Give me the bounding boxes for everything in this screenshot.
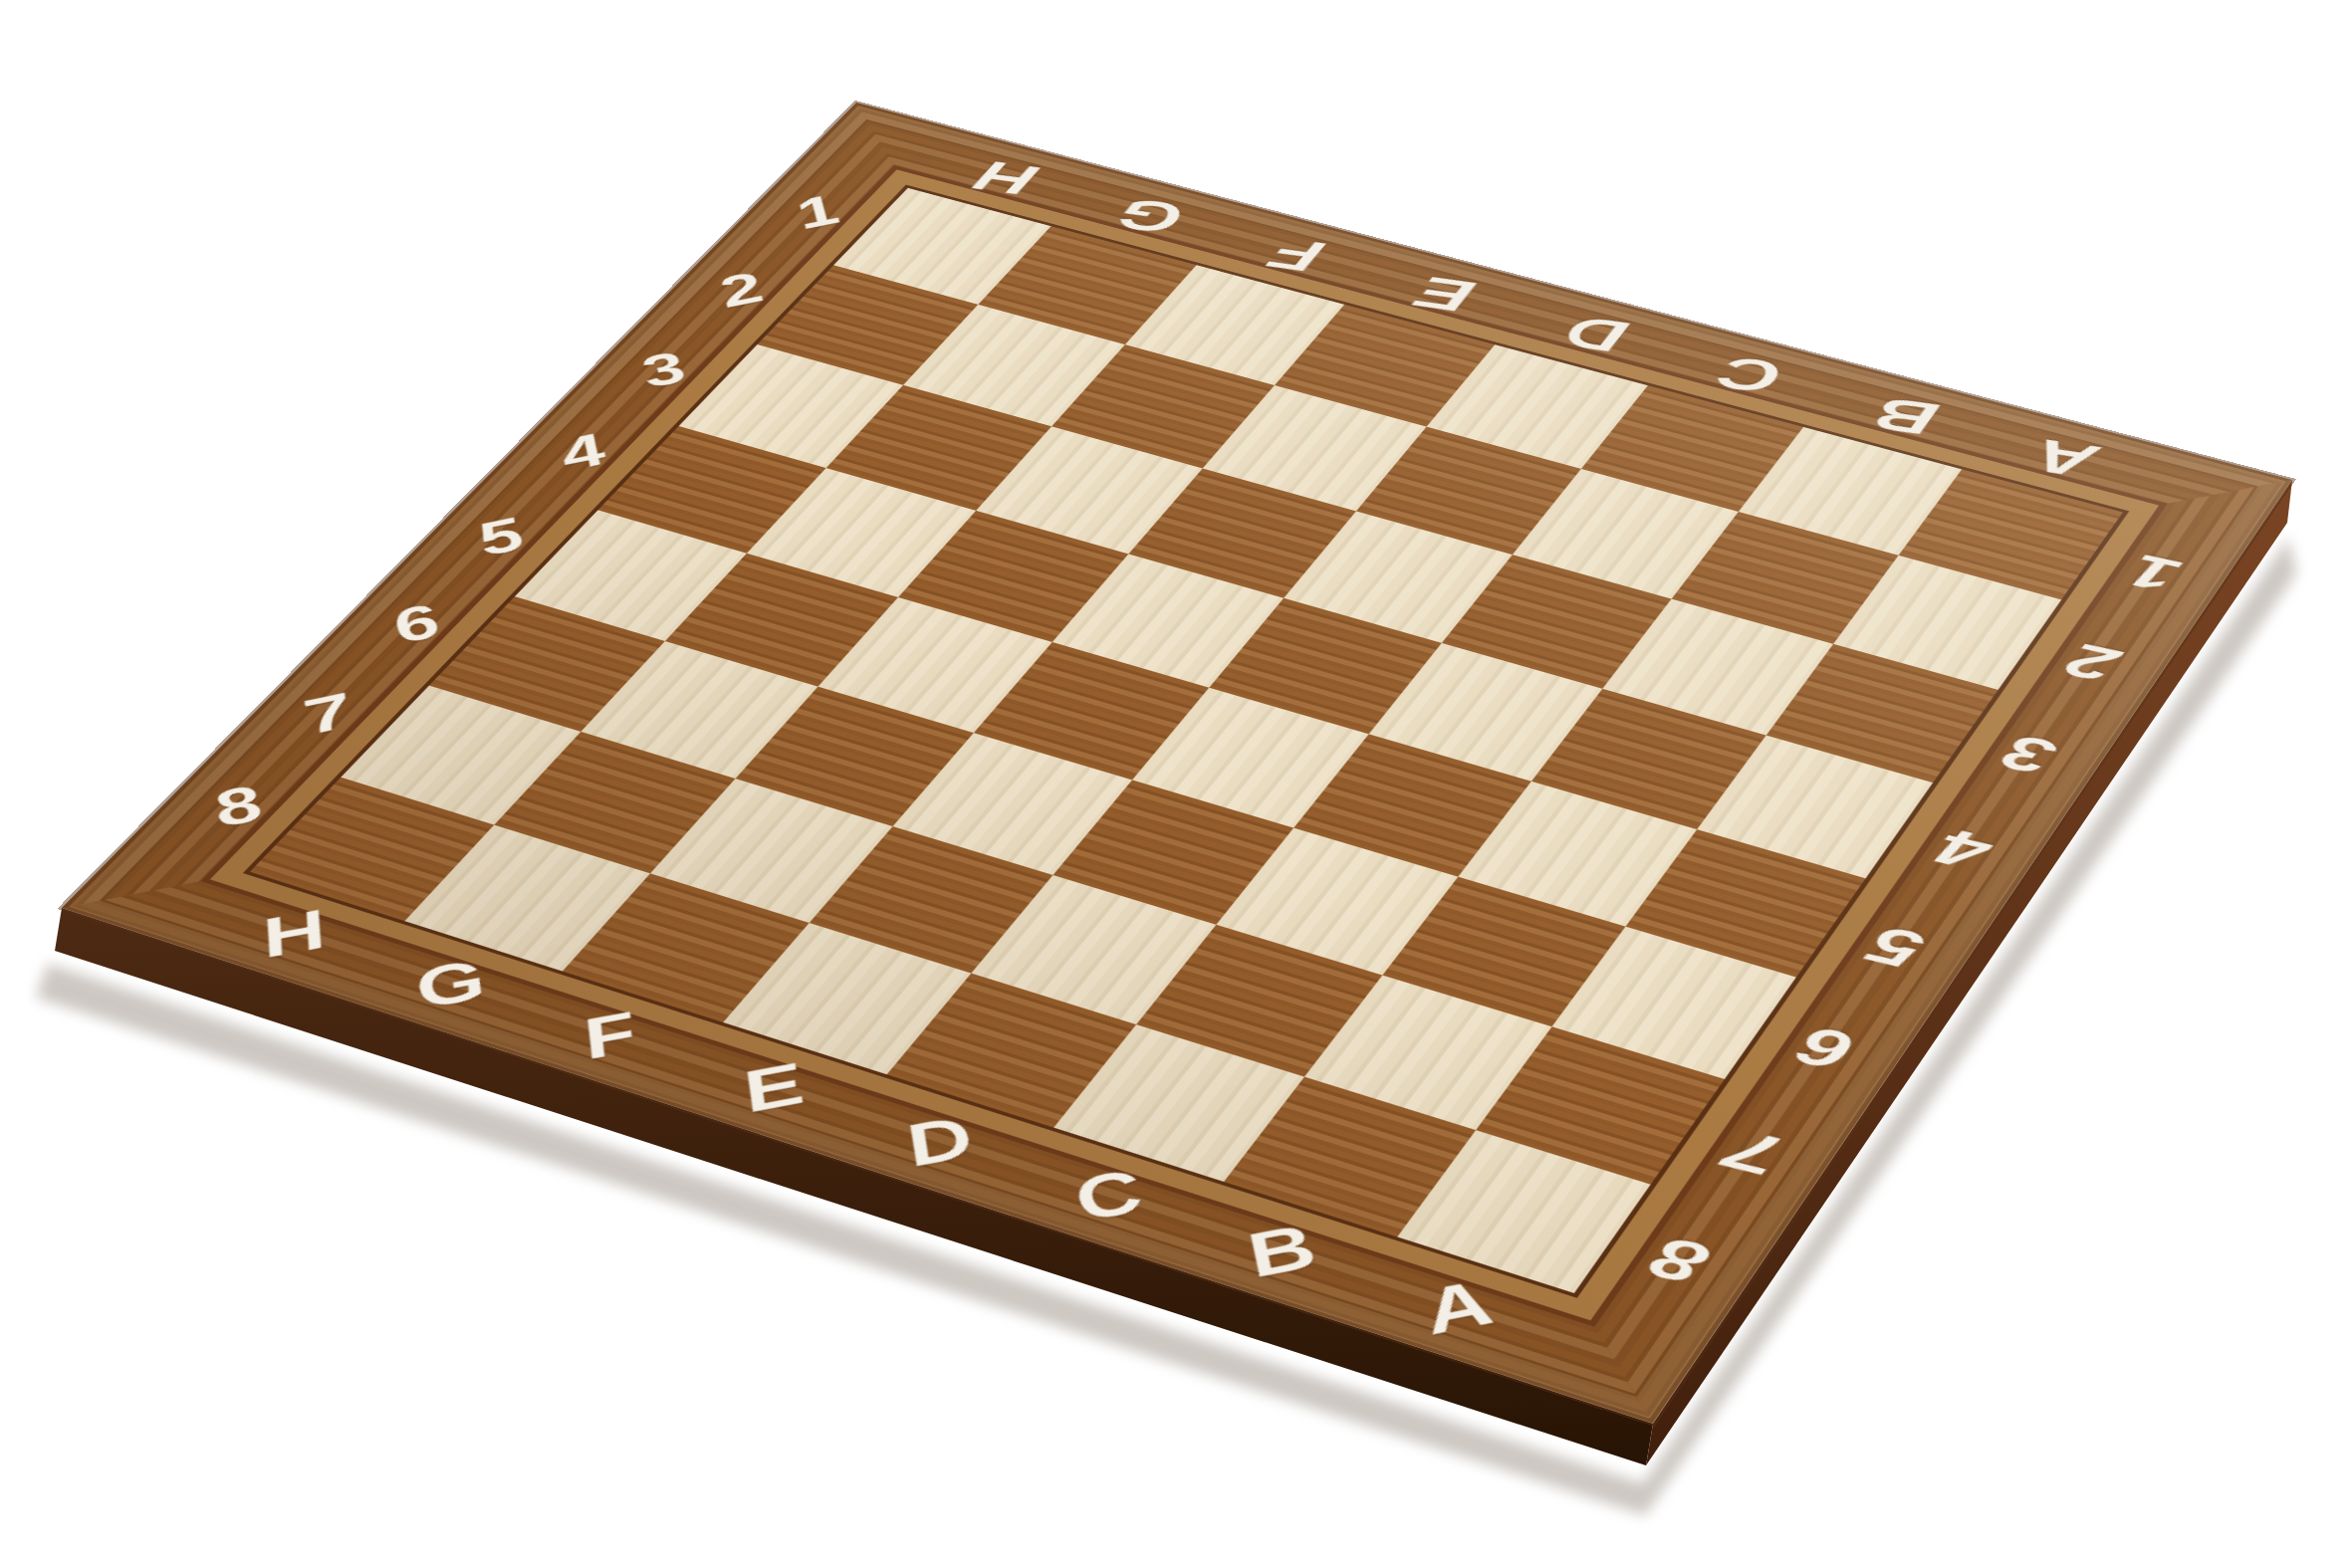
coord-label-top-b: B bbox=[1869, 390, 1943, 443]
chessboard-product-photo: HGFEDCBAHGFEDCBA1234567812345678 bbox=[0, 0, 2352, 1568]
coord-label-top-a: A bbox=[2028, 431, 2102, 485]
